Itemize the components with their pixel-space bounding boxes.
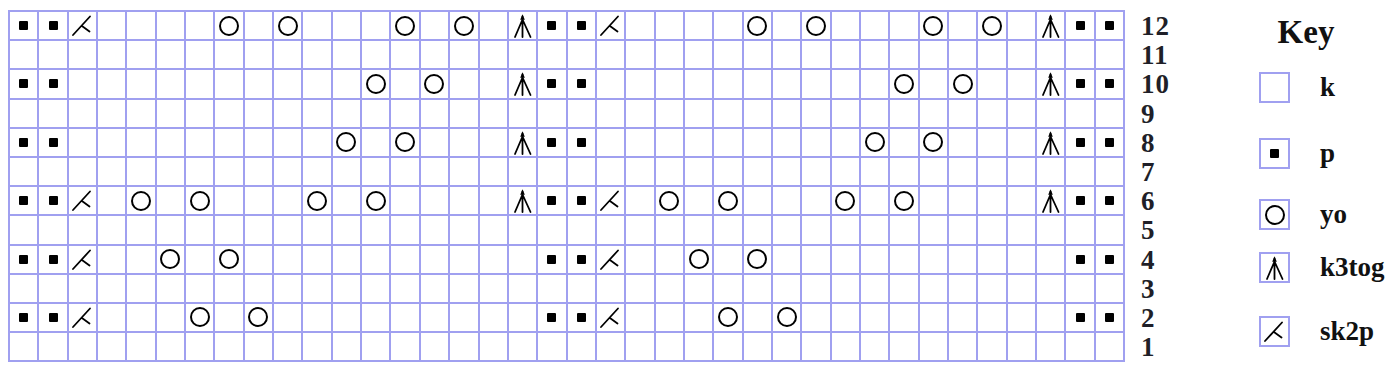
chart-cell <box>920 100 947 127</box>
p-dot-icon <box>547 138 556 147</box>
chart-cell <box>626 216 653 243</box>
chart-cell <box>10 187 37 214</box>
chart-cell <box>1096 246 1123 273</box>
chart-cell <box>274 70 301 97</box>
chart-cell <box>832 41 859 68</box>
chart-cell <box>714 41 741 68</box>
yo-circle-icon <box>336 132 356 152</box>
chart-cell <box>450 275 477 302</box>
chart-cell <box>920 304 947 331</box>
chart-cell <box>480 333 507 360</box>
chart-cell <box>978 187 1005 214</box>
chart-cell <box>656 216 683 243</box>
chart-cell <box>1008 41 1035 68</box>
chart-cell <box>1066 246 1093 273</box>
chart-cell <box>1037 304 1064 331</box>
chart-cell <box>362 41 389 68</box>
yo-circle-icon <box>747 16 767 36</box>
chart-cell <box>597 275 624 302</box>
chart-cell <box>69 275 96 302</box>
chart-cell <box>98 41 125 68</box>
key-symbol-box-k3tog <box>1259 252 1290 283</box>
chart-cell <box>1096 41 1123 68</box>
chart-cell <box>303 70 330 97</box>
chart-cell <box>274 216 301 243</box>
p-dot-icon <box>49 196 58 205</box>
chart-cell <box>362 187 389 214</box>
chart-cell <box>509 246 536 273</box>
chart-cell <box>744 304 771 331</box>
chart-cell <box>333 246 360 273</box>
chart-cell <box>186 100 213 127</box>
row-number: 11 <box>1141 41 1181 70</box>
p-dot-icon <box>19 21 28 30</box>
chart-cell <box>978 333 1005 360</box>
row-number: 5 <box>1141 216 1181 245</box>
chart-cell <box>538 12 565 39</box>
chart-cell <box>714 158 741 185</box>
p-dot-icon <box>1076 21 1085 30</box>
chart-cell <box>1008 304 1035 331</box>
chart-cell <box>333 100 360 127</box>
p-dot-icon <box>1105 196 1114 205</box>
chart-cell <box>391 333 418 360</box>
p-dot-icon <box>19 255 28 264</box>
chart-cell <box>10 41 37 68</box>
key-symbol-box-yo <box>1259 199 1290 230</box>
yo-circle-icon <box>131 191 151 211</box>
chart-cell <box>920 70 947 97</box>
chart-cell <box>802 70 829 97</box>
chart-cell <box>303 158 330 185</box>
chart-cell <box>1037 129 1064 156</box>
chart-cell <box>744 246 771 273</box>
chart-cell <box>626 275 653 302</box>
chart-cell <box>568 129 595 156</box>
chart-cell <box>450 304 477 331</box>
chart-cell <box>98 304 125 331</box>
p-dot-icon <box>1076 196 1085 205</box>
chart-cell <box>69 158 96 185</box>
chart-cell <box>802 158 829 185</box>
chart-cell <box>98 158 125 185</box>
sk2p-icon <box>1261 318 1288 345</box>
p-dot-icon <box>1105 255 1114 264</box>
chart-cell <box>656 41 683 68</box>
chart-cell <box>685 246 712 273</box>
chart-cell <box>39 12 66 39</box>
chart-cell <box>1096 100 1123 127</box>
chart-cell <box>421 216 448 243</box>
chart-cell <box>714 70 741 97</box>
row-number: 3 <box>1141 275 1181 304</box>
chart-cell <box>890 100 917 127</box>
chart-cell <box>1066 216 1093 243</box>
chart-cell <box>597 129 624 156</box>
key-title: Key <box>1246 14 1366 51</box>
chart-cell <box>685 158 712 185</box>
chart-cell <box>186 216 213 243</box>
chart-cell <box>127 100 154 127</box>
chart-cell <box>509 275 536 302</box>
chart-cell <box>421 100 448 127</box>
chart-cell <box>303 275 330 302</box>
key-entry-label-k: k <box>1320 72 1386 103</box>
chart-cell <box>714 275 741 302</box>
chart-cell <box>333 129 360 156</box>
chart-cell <box>1066 158 1093 185</box>
chart-cell <box>69 216 96 243</box>
chart-cell <box>538 333 565 360</box>
chart-cell <box>480 304 507 331</box>
chart-cell <box>157 275 184 302</box>
chart-cell <box>1037 158 1064 185</box>
chart-cell <box>1037 246 1064 273</box>
chart-cell <box>744 216 771 243</box>
row-number-column: 121110987654321 <box>1141 12 1181 362</box>
chart-cell <box>949 158 976 185</box>
chart-cell <box>773 246 800 273</box>
chart-cell <box>509 333 536 360</box>
chart-cell <box>1066 70 1093 97</box>
chart-cell <box>568 41 595 68</box>
p-dot-icon <box>1105 138 1114 147</box>
chart-cell <box>744 333 771 360</box>
chart-cell <box>861 216 888 243</box>
yo-circle-icon <box>366 74 386 94</box>
yo-circle-icon <box>307 191 327 211</box>
chart-cell <box>802 246 829 273</box>
chart-cell <box>245 70 272 97</box>
chart-cell <box>538 216 565 243</box>
chart-cell <box>861 304 888 331</box>
chart-cell <box>127 187 154 214</box>
chart-cell <box>10 70 37 97</box>
chart-cell <box>920 41 947 68</box>
chart-cell <box>773 158 800 185</box>
k3tog-icon <box>1037 70 1064 97</box>
key-symbol-box-sk2p <box>1259 316 1290 347</box>
p-dot-icon <box>1076 313 1085 322</box>
chart-cell <box>421 158 448 185</box>
chart-cell <box>10 333 37 360</box>
chart-cell <box>949 216 976 243</box>
yo-circle-icon <box>865 132 885 152</box>
row-number: 4 <box>1141 246 1181 275</box>
p-dot-icon <box>1076 79 1085 88</box>
chart-cell <box>245 158 272 185</box>
p-dot-icon <box>1105 79 1114 88</box>
sk2p-icon <box>597 246 624 273</box>
p-dot-icon <box>1270 149 1279 158</box>
chart-cell <box>10 216 37 243</box>
k3tog-icon <box>1037 187 1064 214</box>
chart-cell <box>450 216 477 243</box>
chart-cell <box>656 275 683 302</box>
chart-cell <box>773 275 800 302</box>
chart-cell <box>157 12 184 39</box>
chart-cell <box>1037 216 1064 243</box>
yo-circle-icon <box>395 132 415 152</box>
chart-cell <box>215 158 242 185</box>
chart-cell <box>39 41 66 68</box>
chart-cell <box>391 129 418 156</box>
chart-cell <box>333 333 360 360</box>
chart-cell <box>978 246 1005 273</box>
chart-cell <box>157 304 184 331</box>
chart-cell <box>744 41 771 68</box>
p-dot-icon <box>49 313 58 322</box>
chart-cell <box>245 246 272 273</box>
chart-cell <box>802 216 829 243</box>
chart-cell <box>1037 100 1064 127</box>
chart-cell <box>626 158 653 185</box>
chart-cell <box>861 41 888 68</box>
yo-circle-icon <box>248 307 268 327</box>
chart-cell <box>362 12 389 39</box>
yo-circle-icon <box>395 16 415 36</box>
chart-cell <box>773 41 800 68</box>
chart-cell <box>626 70 653 97</box>
chart-cell <box>832 275 859 302</box>
key-entry-label-sk2p: sk2p <box>1320 316 1386 347</box>
chart-cell <box>890 333 917 360</box>
chart-cell <box>421 70 448 97</box>
chart-cell <box>480 187 507 214</box>
chart-cell <box>1008 187 1035 214</box>
chart-cell <box>626 333 653 360</box>
chart-cell <box>215 304 242 331</box>
chart-cell <box>1066 275 1093 302</box>
sk2p-icon <box>597 12 624 39</box>
chart-cell <box>568 70 595 97</box>
chart-cell <box>450 70 477 97</box>
chart-cell <box>421 41 448 68</box>
chart-cell <box>10 12 37 39</box>
chart-cell <box>656 304 683 331</box>
chart-cell <box>450 100 477 127</box>
chart-cell <box>450 333 477 360</box>
chart-cell <box>186 275 213 302</box>
chart-cell <box>538 41 565 68</box>
chart-cell <box>333 304 360 331</box>
chart-cell <box>832 216 859 243</box>
chart-cell <box>274 100 301 127</box>
yo-circle-icon <box>894 74 914 94</box>
chart-cell <box>597 304 624 331</box>
chart-cell <box>802 100 829 127</box>
chart-cell <box>802 12 829 39</box>
chart-cell <box>450 187 477 214</box>
chart-cell <box>186 41 213 68</box>
chart-cell <box>245 275 272 302</box>
chart-cell <box>127 129 154 156</box>
chart-cell <box>39 216 66 243</box>
row-number: 12 <box>1141 12 1181 41</box>
chart-cell <box>509 216 536 243</box>
k3tog-icon <box>1261 254 1288 281</box>
chart-cell <box>978 41 1005 68</box>
chart-cell <box>920 275 947 302</box>
chart-cell <box>157 41 184 68</box>
yo-circle-icon <box>278 16 298 36</box>
chart-cell <box>69 187 96 214</box>
chart-cell <box>303 100 330 127</box>
chart-cell <box>480 216 507 243</box>
chart-cell <box>69 129 96 156</box>
chart-cell <box>186 246 213 273</box>
chart-cell <box>98 333 125 360</box>
chart-cell <box>215 41 242 68</box>
chart-cell <box>391 158 418 185</box>
chart-cell <box>391 216 418 243</box>
chart-cell <box>1096 70 1123 97</box>
chart-cell <box>245 41 272 68</box>
chart-cell <box>568 304 595 331</box>
chart-cell <box>157 216 184 243</box>
yo-circle-icon <box>953 74 973 94</box>
chart-cell <box>362 129 389 156</box>
chart-cell <box>1096 304 1123 331</box>
p-dot-icon <box>1076 138 1085 147</box>
chart-cell <box>626 129 653 156</box>
chart-cell <box>949 275 976 302</box>
chart-cell <box>802 304 829 331</box>
chart-cell <box>685 41 712 68</box>
chart-cell <box>391 12 418 39</box>
chart-cell <box>890 275 917 302</box>
chart-cell <box>362 333 389 360</box>
chart-cell <box>1096 187 1123 214</box>
chart-cell <box>39 70 66 97</box>
chart-cell <box>832 129 859 156</box>
chart-cell <box>538 275 565 302</box>
chart-cell <box>157 333 184 360</box>
chart-cell <box>186 187 213 214</box>
chart-cell <box>127 41 154 68</box>
chart-cell <box>978 275 1005 302</box>
chart-cell <box>69 304 96 331</box>
chart-cell <box>949 304 976 331</box>
chart-cell <box>685 12 712 39</box>
chart-cell <box>1066 187 1093 214</box>
chart-cell <box>538 70 565 97</box>
chart-cell <box>98 70 125 97</box>
p-dot-icon <box>19 138 28 147</box>
chart-cell <box>245 187 272 214</box>
chart-cell <box>832 158 859 185</box>
p-dot-icon <box>577 138 586 147</box>
chart-cell <box>303 216 330 243</box>
chart-cell <box>480 70 507 97</box>
k3tog-icon <box>1037 12 1064 39</box>
chart-cell <box>274 129 301 156</box>
p-dot-icon <box>19 79 28 88</box>
chart-cell <box>714 187 741 214</box>
sk2p-icon <box>597 187 624 214</box>
chart-cell <box>391 41 418 68</box>
chart-cell <box>978 100 1005 127</box>
chart-cell <box>157 70 184 97</box>
chart-cell <box>949 41 976 68</box>
chart-cell <box>685 100 712 127</box>
chart-cell <box>1037 275 1064 302</box>
chart-cell <box>626 12 653 39</box>
chart-cell <box>450 246 477 273</box>
chart-cell <box>832 70 859 97</box>
p-dot-icon <box>577 79 586 88</box>
chart-cell <box>69 70 96 97</box>
chart-cell <box>656 70 683 97</box>
chart-cell <box>98 129 125 156</box>
chart-cell <box>98 187 125 214</box>
chart-cell <box>802 333 829 360</box>
chart-cell <box>10 246 37 273</box>
chart-cell <box>1096 275 1123 302</box>
chart-cell <box>861 333 888 360</box>
chart-cell <box>685 275 712 302</box>
chart-cell <box>333 41 360 68</box>
knitting-chart-grid <box>8 10 1125 362</box>
chart-cell <box>69 100 96 127</box>
chart-cell <box>421 304 448 331</box>
chart-cell <box>186 129 213 156</box>
k3tog-icon <box>509 187 536 214</box>
chart-cell <box>421 275 448 302</box>
chart-cell <box>391 275 418 302</box>
chart-cell <box>802 275 829 302</box>
chart-cell <box>949 70 976 97</box>
chart-cell <box>215 246 242 273</box>
yo-circle-icon <box>160 249 180 269</box>
chart-cell <box>362 100 389 127</box>
chart-cell <box>127 304 154 331</box>
p-dot-icon <box>547 21 556 30</box>
yo-circle-icon <box>777 307 797 327</box>
chart-cell <box>568 187 595 214</box>
chart-cell <box>597 70 624 97</box>
chart-cell <box>157 100 184 127</box>
chart-cell <box>333 158 360 185</box>
chart-cell <box>98 246 125 273</box>
chart-cell <box>714 129 741 156</box>
chart-cell <box>538 246 565 273</box>
chart-cell <box>802 187 829 214</box>
chart-cell <box>568 275 595 302</box>
chart-cell <box>1037 12 1064 39</box>
chart-cell <box>920 158 947 185</box>
yo-circle-icon <box>718 307 738 327</box>
chart-cell <box>861 129 888 156</box>
chart-cell <box>69 333 96 360</box>
chart-cell <box>39 187 66 214</box>
chart-cell <box>744 100 771 127</box>
yo-circle-icon <box>190 307 210 327</box>
p-dot-icon <box>19 196 28 205</box>
chart-cell <box>98 100 125 127</box>
yo-circle-icon <box>835 191 855 211</box>
chart-cell <box>186 158 213 185</box>
chart-cell <box>362 304 389 331</box>
chart-cell <box>890 12 917 39</box>
chart-cell <box>1008 100 1035 127</box>
yo-circle-icon <box>219 249 239 269</box>
chart-cell <box>890 304 917 331</box>
chart-cell <box>773 304 800 331</box>
chart-cell <box>773 333 800 360</box>
chart-cell <box>802 41 829 68</box>
sk2p-icon <box>597 304 624 331</box>
